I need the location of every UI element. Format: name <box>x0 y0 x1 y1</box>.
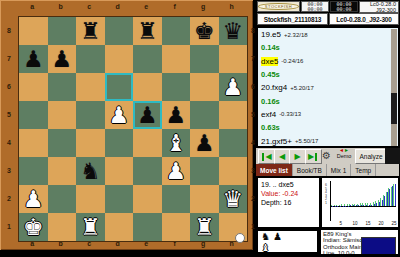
square-a5[interactable] <box>19 101 48 129</box>
eval-bar-lc0 <box>358 205 359 206</box>
square-b6[interactable] <box>48 73 77 101</box>
eval-bar-lc0 <box>387 192 388 206</box>
square-b3[interactable] <box>48 157 77 185</box>
square-h2[interactable]: ♛ <box>219 185 248 213</box>
evaluation-graph-box: 654321510152025 <box>321 177 399 228</box>
black-pawn: ♟ <box>137 104 158 127</box>
file-label-f: f <box>161 3 190 14</box>
move-time: 0.16s <box>258 94 398 107</box>
view-tabs: Move listBook/TBMix 1Temp <box>256 164 399 176</box>
chess-board[interactable]: ♜♜♚♛♟♟♟♟♟♟♝♟♞♟♟♛♚♜♜ <box>18 16 248 242</box>
square-f6[interactable] <box>162 73 191 101</box>
graph-x-label: 25 <box>391 221 396 226</box>
white-clock-aux: 00:00 <box>302 7 328 12</box>
side-to-move-indicator <box>235 233 245 243</box>
square-g7[interactable] <box>190 45 219 73</box>
tab-temp[interactable]: Temp <box>351 164 376 176</box>
square-a4[interactable] <box>19 129 48 157</box>
move-eval: +2.32/18 <box>284 32 308 38</box>
eval-bar-lc0 <box>343 206 344 207</box>
eval-bar-lc0 <box>395 184 396 206</box>
square-g5[interactable] <box>190 101 219 129</box>
settings-gear-icon[interactable]: ⚙ <box>320 149 333 162</box>
current-move[interactable]: dxe5 <box>261 57 278 66</box>
move-text[interactable]: 19.e5 <box>261 30 281 39</box>
captured-white-bishop: ♝ <box>261 242 270 253</box>
analysis-panel: STOCKFISH 00:00 00:00 00:00 00:00 Lc0-0.… <box>256 0 400 257</box>
eval-bar-lc0 <box>366 205 367 206</box>
square-a6[interactable] <box>19 73 48 101</box>
rank-labels-left: 87654321 <box>3 16 15 240</box>
playback-controls: ◀◀▶▶⚙◄►DemoAnalyze <box>256 148 389 164</box>
eval-bar-lc0 <box>392 186 393 206</box>
square-c2[interactable] <box>76 185 105 213</box>
square-b1[interactable] <box>48 213 77 241</box>
black-knight: ♞ <box>80 160 101 183</box>
square-h3[interactable] <box>219 157 248 185</box>
black-clock: 00:00 00:00 <box>330 1 358 12</box>
eval-bar-lc0 <box>353 205 354 206</box>
scrollbar-thumb[interactable] <box>391 93 397 123</box>
graph-y-axis <box>330 181 331 221</box>
rank-label-3: 3 <box>3 156 15 184</box>
white-pawn: ♟ <box>222 76 243 99</box>
square-a8[interactable] <box>19 17 48 45</box>
square-d2[interactable] <box>105 185 134 213</box>
file-label-g: g <box>189 3 218 14</box>
black-king: ♚ <box>194 20 215 43</box>
rank-label-6: 6 <box>3 72 15 100</box>
white-rook: ♜ <box>80 216 101 239</box>
square-a7[interactable]: ♟ <box>19 45 48 73</box>
black-pawn: ♟ <box>23 48 44 71</box>
analysis-move-row[interactable]: 21.gxf5++5.50/17 <box>258 134 398 147</box>
square-g1[interactable]: ♜ <box>190 213 219 241</box>
eval-bar-lc0 <box>363 205 364 206</box>
eval-bar-lc0 <box>384 196 385 206</box>
eval-bar-lc0 <box>376 203 377 206</box>
move-text[interactable]: 20.fxg4 <box>261 83 287 92</box>
analysis-rows: 19.e5+2.32/180.14sdxe5-0.24/160.45s20.fx… <box>258 28 398 147</box>
black-player-name: Lc0-0.28.0_J92-300 <box>329 13 399 25</box>
file-labels-top: abcdefgh <box>18 3 246 14</box>
square-f4[interactable]: ♝ <box>162 129 191 157</box>
file-label-e: e <box>132 3 161 14</box>
square-d6[interactable] <box>105 73 134 101</box>
white-player-name: Stockfish_21110813 <box>257 13 328 25</box>
square-b7[interactable]: ♟ <box>48 45 77 73</box>
eval-bar-lc0 <box>382 200 383 206</box>
graph-y-label: 1 <box>325 201 327 205</box>
square-a3[interactable] <box>19 157 48 185</box>
square-g8[interactable]: ♚ <box>190 17 219 45</box>
evaluation-graph: 654321510152025 <box>322 178 398 227</box>
graph-x-label: 15 <box>365 221 370 226</box>
square-g2[interactable] <box>190 185 219 213</box>
move-eval: -0.33/13 <box>279 111 301 117</box>
material-balance-tray: ♞ ♟ ♝ <box>257 230 318 253</box>
square-f2[interactable] <box>162 185 191 213</box>
move-text[interactable]: 21.gxf5+ <box>261 137 292 146</box>
stockfish-crest-icon: STOCKFISH <box>258 3 299 10</box>
chess-board-panel: abcdefgh 87654321 87654321 abcdefgh ♜♜♚♛… <box>0 0 256 250</box>
square-g6[interactable] <box>190 73 219 101</box>
file-label-a: a <box>18 3 47 14</box>
square-b4[interactable] <box>48 129 77 157</box>
eval-bar-lc0 <box>345 206 346 207</box>
demo-button[interactable]: ◄►Demo <box>335 148 353 163</box>
square-h4[interactable] <box>219 129 248 157</box>
analysis-move-row[interactable]: 20.fxg4+5.20/17 <box>258 81 398 94</box>
move-list-scrollbar[interactable] <box>391 29 397 146</box>
eval-bar-lc0 <box>337 206 338 207</box>
black-clock-aux: 00:00 <box>331 7 357 12</box>
square-f8[interactable] <box>162 17 191 45</box>
square-g4[interactable]: ♟ <box>190 129 219 157</box>
square-c1[interactable]: ♜ <box>76 213 105 241</box>
tab-move-list[interactable]: Move list <box>256 164 293 176</box>
eval-bar-lc0 <box>335 206 336 207</box>
black-queen: ♛ <box>222 20 243 43</box>
captured-black-knight: ♞ <box>261 231 273 242</box>
white-king: ♚ <box>23 216 44 239</box>
white-pawn: ♟ <box>165 160 186 183</box>
square-e1[interactable] <box>133 213 162 241</box>
analysis-move-row[interactable]: dxe5-0.24/16 <box>258 55 398 68</box>
eval-bar-lc0 <box>356 205 357 206</box>
rank-label-5: 5 <box>3 100 15 128</box>
square-d1[interactable] <box>105 213 134 241</box>
square-d3[interactable] <box>105 157 134 185</box>
tab-mix-1[interactable]: Mix 1 <box>327 164 352 176</box>
square-e7[interactable] <box>133 45 162 73</box>
eval-bar-lc0 <box>369 205 370 206</box>
white-rook: ♜ <box>194 216 215 239</box>
white-pawn: ♟ <box>23 188 44 211</box>
square-d7[interactable] <box>105 45 134 73</box>
square-d5[interactable]: ♟ <box>105 101 134 129</box>
move-text[interactable]: exf4 <box>261 110 276 119</box>
square-d8[interactable] <box>105 17 134 45</box>
move-eval: +5.20/17 <box>290 85 314 91</box>
square-e8[interactable]: ♜ <box>133 17 162 45</box>
square-g3[interactable] <box>190 157 219 185</box>
move-time: 0.63s <box>258 121 398 134</box>
info-value: Value: -0.24 <box>261 189 316 198</box>
rank-label-2: 2 <box>3 184 15 212</box>
square-c3[interactable]: ♞ <box>76 157 105 185</box>
black-pawn: ♟ <box>165 104 186 127</box>
graph-x-label: 20 <box>378 221 383 226</box>
square-b5[interactable] <box>48 101 77 129</box>
eval-bar-lc0 <box>374 204 375 206</box>
captured-black-pawn: ♟ <box>273 231 282 242</box>
graph-x-label: 5 <box>339 221 342 226</box>
white-clock: 00:00 00:00 <box>301 1 329 12</box>
file-label-c: c <box>75 3 104 14</box>
square-a1[interactable]: ♚ <box>19 213 48 241</box>
black-rook: ♜ <box>80 20 101 43</box>
square-c5[interactable] <box>76 101 105 129</box>
rank-label-8: 8 <box>3 16 15 44</box>
analysis-move-row[interactable]: exf4-0.33/13 <box>258 108 398 121</box>
eval-bar-lc0 <box>350 205 351 206</box>
white-bishop: ♝ <box>165 132 186 155</box>
current-move-info: 19. .. dxe5 Value: -0.24 Depth: 16 <box>257 177 320 228</box>
step-back-button[interactable]: ◀ <box>274 149 291 164</box>
file-label-d: d <box>104 3 133 14</box>
square-f3[interactable]: ♟ <box>162 157 191 185</box>
black-engine-label: Lc0-0.28.0 J92-300 <box>359 1 399 13</box>
rank-label-4: 4 <box>3 128 15 156</box>
analyze-button[interactable]: Analyze <box>355 149 387 164</box>
square-e3[interactable] <box>133 157 162 185</box>
square-c6[interactable] <box>76 73 105 101</box>
eval-bar-lc0 <box>389 189 390 207</box>
move-eval: +5.50/17 <box>295 138 319 144</box>
rank-label-7: 7 <box>3 44 15 72</box>
square-f1[interactable] <box>162 213 191 241</box>
square-h5[interactable] <box>219 101 248 129</box>
square-b2[interactable] <box>48 185 77 213</box>
skip-to-start-button[interactable]: ◀ <box>258 149 275 164</box>
square-f7[interactable] <box>162 45 191 73</box>
square-c4[interactable] <box>76 129 105 157</box>
opening-name-box: E89 King'sIndian: Sämisch,Orthodox MainL… <box>320 229 399 255</box>
engine-move-list[interactable]: 19.e5+2.32/180.14sdxe5-0.24/160.45s20.fx… <box>257 27 399 147</box>
info-move: 19. .. dxe5 <box>261 180 316 189</box>
eval-bar-lc0 <box>371 205 372 206</box>
square-h8[interactable]: ♛ <box>219 17 248 45</box>
analysis-move-row[interactable]: 19.e5+2.32/18 <box>258 28 398 41</box>
broadcast-thumbnail <box>361 237 396 255</box>
eval-bar-lc0 <box>340 206 341 207</box>
square-e4[interactable] <box>133 129 162 157</box>
step-forward-button[interactable]: ▶ <box>289 149 306 164</box>
square-b8[interactable] <box>48 17 77 45</box>
eval-bar-lc0 <box>361 205 362 206</box>
eval-bar-lc0 <box>379 202 380 206</box>
rank-label-1: 1 <box>3 212 15 240</box>
eval-bar-lc0 <box>332 206 333 207</box>
square-e5[interactable]: ♟ <box>133 101 162 129</box>
square-h7[interactable] <box>219 45 248 73</box>
square-c7[interactable] <box>76 45 105 73</box>
tab-book-tb[interactable]: Book/TB <box>293 164 327 176</box>
square-e2[interactable] <box>133 185 162 213</box>
square-e6[interactable] <box>133 73 162 101</box>
white-pawn: ♟ <box>108 104 129 127</box>
white-engine-logo: STOCKFISH <box>257 1 300 12</box>
file-label-h: h <box>218 3 247 14</box>
skip-to-end-button[interactable]: ▶ <box>305 149 322 164</box>
square-d4[interactable] <box>105 129 134 157</box>
square-h6[interactable]: ♟ <box>219 73 248 101</box>
demo-label: Demo <box>335 153 353 159</box>
move-eval: -0.24/16 <box>281 58 303 64</box>
file-label-b: b <box>47 3 76 14</box>
square-f5[interactable]: ♟ <box>162 101 191 129</box>
move-time: 0.14s <box>258 41 398 54</box>
square-c8[interactable]: ♜ <box>76 17 105 45</box>
graph-zero-line <box>330 206 396 207</box>
black-pawn: ♟ <box>194 132 215 155</box>
white-queen: ♛ <box>222 188 243 211</box>
move-time: 0.45s <box>258 68 398 81</box>
square-a2[interactable]: ♟ <box>19 185 48 213</box>
black-rook: ♜ <box>137 20 158 43</box>
graph-x-label: 10 <box>352 221 357 226</box>
panel-corner <box>385 148 400 164</box>
black-pawn: ♟ <box>51 48 72 71</box>
info-depth: Depth: 16 <box>261 198 316 207</box>
eval-bar-lc0 <box>348 206 349 207</box>
